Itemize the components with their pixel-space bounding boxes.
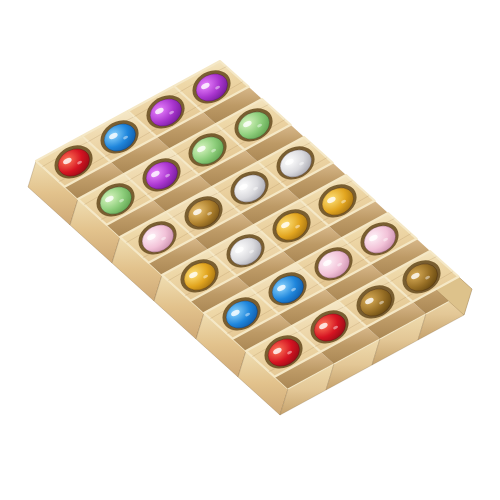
product-photo-gem-blocks <box>0 0 500 500</box>
gem-blocks-pile <box>0 0 500 500</box>
